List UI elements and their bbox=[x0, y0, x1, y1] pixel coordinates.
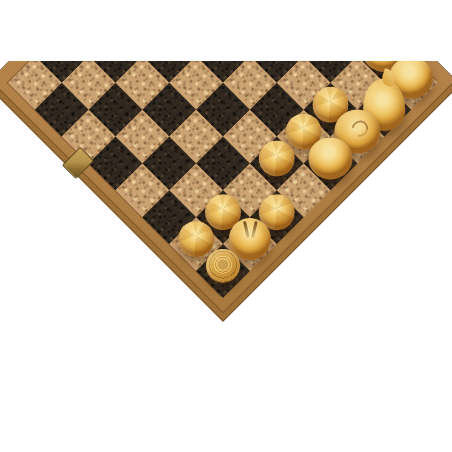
piece-rook bbox=[206, 249, 240, 283]
photo-crop-edge bbox=[0, 0, 452, 61]
piece-pawn bbox=[259, 140, 295, 176]
piece-bishop bbox=[308, 137, 352, 179]
product-photo bbox=[0, 0, 452, 452]
piece-pawn bbox=[178, 221, 214, 257]
